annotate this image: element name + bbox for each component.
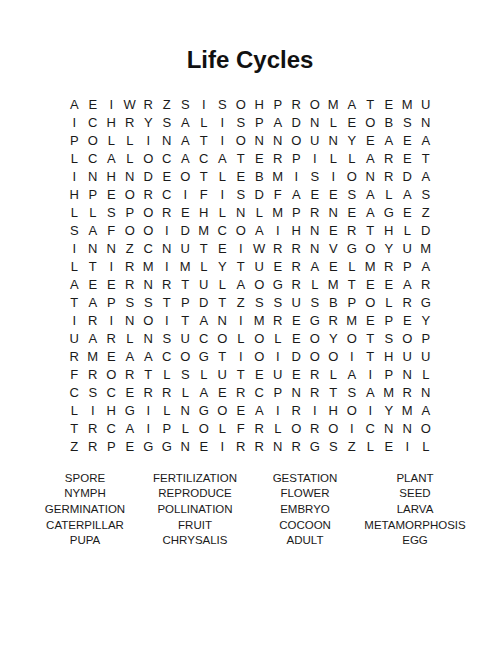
grid-cell[interactable]: L [269, 329, 288, 347]
grid-cell[interactable]: A [417, 131, 436, 149]
grid-cell[interactable]: S [232, 113, 251, 131]
grid-cell[interactable]: U [417, 347, 436, 365]
grid-cell[interactable]: S [380, 329, 399, 347]
grid-cell[interactable]: N [84, 239, 103, 257]
grid-cell[interactable]: E [84, 275, 103, 293]
grid-cell[interactable]: P [343, 293, 362, 311]
grid-cell[interactable]: S [176, 95, 195, 113]
grid-cell[interactable]: O [306, 347, 325, 365]
grid-cell[interactable]: L [195, 257, 214, 275]
grid-cell[interactable]: R [232, 437, 251, 455]
grid-cell[interactable]: D [287, 347, 306, 365]
grid-cell[interactable]: D [250, 185, 269, 203]
grid-cell[interactable]: E [380, 275, 399, 293]
grid-cell[interactable]: I [343, 347, 362, 365]
grid-cell[interactable]: B [250, 167, 269, 185]
grid-cell[interactable]: S [213, 95, 232, 113]
grid-cell[interactable]: L [65, 401, 84, 419]
grid-cell[interactable]: C [102, 383, 121, 401]
grid-cell[interactable]: R [398, 293, 417, 311]
grid-cell[interactable]: L [121, 149, 140, 167]
grid-cell[interactable]: A [102, 149, 121, 167]
grid-cell[interactable]: F [102, 221, 121, 239]
grid-cell[interactable]: R [250, 437, 269, 455]
grid-cell[interactable]: E [287, 311, 306, 329]
grid-cell[interactable]: S [250, 293, 269, 311]
grid-cell[interactable]: C [84, 113, 103, 131]
grid-cell[interactable]: L [324, 113, 343, 131]
grid-cell[interactable]: O [343, 401, 362, 419]
grid-cell[interactable]: E [361, 311, 380, 329]
grid-cell[interactable]: I [398, 437, 417, 455]
grid-cell[interactable]: R [380, 167, 399, 185]
grid-cell[interactable]: P [250, 113, 269, 131]
grid-cell[interactable]: E [269, 257, 288, 275]
grid-cell[interactable]: F [269, 185, 288, 203]
grid-cell[interactable]: I [102, 95, 121, 113]
grid-cell[interactable]: O [176, 167, 195, 185]
grid-cell[interactable]: L [158, 365, 177, 383]
grid-cell[interactable]: N [139, 275, 158, 293]
grid-cell[interactable]: T [361, 347, 380, 365]
grid-cell[interactable]: O [417, 419, 436, 437]
grid-cell[interactable]: U [250, 257, 269, 275]
grid-cell[interactable]: H [287, 221, 306, 239]
grid-cell[interactable]: A [398, 275, 417, 293]
grid-cell[interactable]: A [361, 149, 380, 167]
grid-cell[interactable]: N [121, 311, 140, 329]
grid-cell[interactable]: A [398, 185, 417, 203]
grid-cell[interactable]: A [361, 203, 380, 221]
grid-cell[interactable]: O [324, 419, 343, 437]
grid-cell[interactable]: I [158, 257, 177, 275]
grid-cell[interactable]: N [417, 383, 436, 401]
grid-cell[interactable]: R [306, 203, 325, 221]
grid-cell[interactable]: L [213, 275, 232, 293]
grid-cell[interactable]: R [84, 365, 103, 383]
grid-cell[interactable]: N [84, 167, 103, 185]
grid-cell[interactable]: L [398, 221, 417, 239]
grid-cell[interactable]: H [250, 95, 269, 113]
grid-cell[interactable]: F [65, 365, 84, 383]
grid-cell[interactable]: M [398, 401, 417, 419]
grid-cell[interactable]: N [417, 113, 436, 131]
grid-cell[interactable]: E [213, 383, 232, 401]
grid-cell[interactable]: N [102, 239, 121, 257]
grid-cell[interactable]: O [306, 95, 325, 113]
grid-cell[interactable]: R [380, 257, 399, 275]
grid-cell[interactable]: D [417, 221, 436, 239]
grid-cell[interactable]: S [65, 221, 84, 239]
grid-cell[interactable]: E [250, 149, 269, 167]
grid-cell[interactable]: R [287, 239, 306, 257]
grid-cell[interactable]: L [417, 437, 436, 455]
grid-cell[interactable]: O [121, 185, 140, 203]
grid-cell[interactable]: A [417, 401, 436, 419]
grid-cell[interactable]: A [121, 419, 140, 437]
grid-cell[interactable]: O [306, 329, 325, 347]
grid-cell[interactable]: P [380, 311, 399, 329]
grid-cell[interactable]: A [361, 383, 380, 401]
grid-cell[interactable]: M [343, 311, 362, 329]
grid-cell[interactable]: O [250, 347, 269, 365]
grid-cell[interactable]: O [250, 275, 269, 293]
grid-cell[interactable]: T [84, 257, 103, 275]
grid-cell[interactable]: N [176, 401, 195, 419]
grid-cell[interactable]: P [269, 95, 288, 113]
grid-cell[interactable]: L [102, 131, 121, 149]
grid-cell[interactable]: I [176, 185, 195, 203]
grid-cell[interactable]: F [195, 185, 214, 203]
grid-cell[interactable]: Z [158, 95, 177, 113]
grid-cell[interactable]: H [102, 167, 121, 185]
grid-cell[interactable]: I [84, 401, 103, 419]
grid-cell[interactable]: I [306, 149, 325, 167]
grid-cell[interactable]: I [232, 347, 251, 365]
grid-cell[interactable]: L [65, 203, 84, 221]
grid-cell[interactable]: A [361, 185, 380, 203]
grid-cell[interactable]: U [213, 365, 232, 383]
grid-cell[interactable]: M [398, 95, 417, 113]
grid-cell[interactable]: W [250, 239, 269, 257]
grid-cell[interactable]: L [195, 365, 214, 383]
grid-cell[interactable]: A [84, 293, 103, 311]
grid-cell[interactable]: P [287, 149, 306, 167]
grid-cell[interactable]: L [380, 185, 399, 203]
grid-cell[interactable]: N [158, 239, 177, 257]
grid-cell[interactable]: T [176, 275, 195, 293]
grid-cell[interactable]: U [176, 329, 195, 347]
grid-cell[interactable]: L [361, 437, 380, 455]
grid-cell[interactable]: Y [324, 329, 343, 347]
grid-cell[interactable]: N [232, 203, 251, 221]
grid-cell[interactable]: U [287, 293, 306, 311]
grid-cell[interactable]: R [269, 239, 288, 257]
grid-cell[interactable]: O [287, 419, 306, 437]
grid-cell[interactable]: A [269, 113, 288, 131]
grid-cell[interactable]: G [306, 437, 325, 455]
grid-cell[interactable]: A [417, 257, 436, 275]
grid-cell[interactable]: S [176, 365, 195, 383]
grid-cell[interactable]: R [84, 419, 103, 437]
grid-cell[interactable]: M [324, 275, 343, 293]
grid-cell[interactable]: H [102, 113, 121, 131]
grid-cell[interactable]: N [269, 437, 288, 455]
grid-cell[interactable]: R [324, 311, 343, 329]
grid-cell[interactable]: Z [343, 437, 362, 455]
grid-cell[interactable]: E [361, 275, 380, 293]
grid-cell[interactable]: N [158, 131, 177, 149]
grid-cell[interactable]: I [102, 257, 121, 275]
grid-cell[interactable]: I [213, 437, 232, 455]
grid-cell[interactable]: M [361, 257, 380, 275]
grid-cell[interactable]: C [213, 221, 232, 239]
grid-cell[interactable]: C [361, 419, 380, 437]
grid-cell[interactable]: C [65, 383, 84, 401]
grid-cell[interactable]: I [361, 365, 380, 383]
grid-cell[interactable]: E [324, 185, 343, 203]
grid-cell[interactable]: T [343, 275, 362, 293]
grid-cell[interactable]: L [343, 257, 362, 275]
grid-cell[interactable]: R [287, 257, 306, 275]
grid-cell[interactable]: R [65, 347, 84, 365]
grid-cell[interactable]: N [121, 167, 140, 185]
grid-cell[interactable]: P [398, 257, 417, 275]
grid-cell[interactable]: T [232, 149, 251, 167]
grid-cell[interactable]: A [306, 257, 325, 275]
grid-cell[interactable]: R [398, 383, 417, 401]
grid-cell[interactable]: R [306, 365, 325, 383]
grid-cell[interactable]: I [324, 167, 343, 185]
grid-cell[interactable]: Y [417, 311, 436, 329]
grid-cell[interactable]: N [287, 383, 306, 401]
grid-cell[interactable]: O [139, 311, 158, 329]
grid-cell[interactable]: I [65, 239, 84, 257]
grid-cell[interactable]: E [324, 257, 343, 275]
grid-cell[interactable]: R [417, 275, 436, 293]
grid-cell[interactable]: L [121, 131, 140, 149]
grid-cell[interactable]: O [139, 149, 158, 167]
grid-cell[interactable]: O [250, 329, 269, 347]
grid-cell[interactable]: E [176, 203, 195, 221]
grid-cell[interactable]: E [213, 239, 232, 257]
grid-cell[interactable]: A [84, 329, 103, 347]
grid-cell[interactable]: E [324, 221, 343, 239]
grid-cell[interactable]: E [250, 365, 269, 383]
grid-cell[interactable]: H [380, 221, 399, 239]
grid-cell[interactable]: Y [380, 239, 399, 257]
grid-cell[interactable]: Y [139, 113, 158, 131]
grid-cell[interactable]: E [398, 149, 417, 167]
grid-cell[interactable]: E [361, 131, 380, 149]
grid-cell[interactable]: L [306, 275, 325, 293]
grid-cell[interactable]: O [343, 167, 362, 185]
grid-cell[interactable]: U [398, 239, 417, 257]
grid-cell[interactable]: G [417, 293, 436, 311]
grid-cell[interactable]: R [84, 437, 103, 455]
grid-cell[interactable]: S [158, 113, 177, 131]
grid-cell[interactable]: I [269, 401, 288, 419]
grid-cell[interactable]: R [121, 365, 140, 383]
grid-cell[interactable]: L [65, 257, 84, 275]
grid-cell[interactable]: G [195, 347, 214, 365]
grid-cell[interactable]: A [176, 131, 195, 149]
grid-cell[interactable]: D [176, 221, 195, 239]
grid-cell[interactable]: N [269, 131, 288, 149]
grid-cell[interactable]: G [158, 437, 177, 455]
grid-cell[interactable]: C [139, 239, 158, 257]
grid-cell[interactable]: S [84, 383, 103, 401]
grid-cell[interactable]: N [176, 437, 195, 455]
grid-cell[interactable]: N [361, 167, 380, 185]
grid-cell[interactable]: T [361, 221, 380, 239]
grid-cell[interactable]: S [269, 293, 288, 311]
grid-cell[interactable]: D [195, 293, 214, 311]
grid-cell[interactable]: T [361, 95, 380, 113]
grid-cell[interactable]: T [65, 293, 84, 311]
grid-cell[interactable]: Y [343, 131, 362, 149]
grid-cell[interactable]: O [343, 329, 362, 347]
grid-cell[interactable]: O [361, 293, 380, 311]
grid-cell[interactable]: I [269, 347, 288, 365]
grid-cell[interactable]: O [361, 239, 380, 257]
grid-cell[interactable]: C [195, 329, 214, 347]
grid-cell[interactable]: P [380, 365, 399, 383]
grid-cell[interactable]: I [65, 311, 84, 329]
grid-cell[interactable]: N [398, 365, 417, 383]
grid-cell[interactable]: R [287, 401, 306, 419]
grid-cell[interactable]: G [139, 437, 158, 455]
grid-cell[interactable]: H [102, 401, 121, 419]
grid-cell[interactable]: T [213, 293, 232, 311]
grid-cell[interactable]: S [102, 203, 121, 221]
grid-cell[interactable]: U [195, 275, 214, 293]
grid-cell[interactable]: A [232, 275, 251, 293]
grid-cell[interactable]: O [232, 221, 251, 239]
grid-cell[interactable]: R [121, 257, 140, 275]
grid-cell[interactable]: I [232, 311, 251, 329]
grid-cell[interactable]: A [250, 401, 269, 419]
grid-cell[interactable]: Z [121, 239, 140, 257]
grid-cell[interactable]: A [176, 149, 195, 167]
grid-cell[interactable]: H [195, 203, 214, 221]
grid-cell[interactable]: T [417, 149, 436, 167]
grid-cell[interactable]: E [380, 95, 399, 113]
grid-cell[interactable]: M [176, 257, 195, 275]
grid-cell[interactable]: P [269, 383, 288, 401]
grid-cell[interactable]: S [398, 113, 417, 131]
grid-cell[interactable]: O [213, 329, 232, 347]
grid-cell[interactable]: P [158, 419, 177, 437]
grid-cell[interactable]: L [250, 203, 269, 221]
grid-cell[interactable]: O [176, 347, 195, 365]
grid-cell[interactable]: U [306, 131, 325, 149]
grid-cell[interactable]: I [139, 131, 158, 149]
grid-cell[interactable]: M [195, 221, 214, 239]
grid-cell[interactable]: T [176, 311, 195, 329]
grid-cell[interactable]: L [195, 113, 214, 131]
grid-cell[interactable]: A [343, 365, 362, 383]
grid-cell[interactable]: E [102, 347, 121, 365]
grid-cell[interactable]: C [158, 185, 177, 203]
grid-cell[interactable]: T [324, 383, 343, 401]
grid-cell[interactable]: L [158, 401, 177, 419]
grid-cell[interactable]: U [269, 365, 288, 383]
grid-cell[interactable]: O [102, 365, 121, 383]
grid-cell[interactable]: I [232, 239, 251, 257]
grid-cell[interactable]: M [250, 311, 269, 329]
grid-cell[interactable]: R [158, 203, 177, 221]
grid-cell[interactable]: A [213, 149, 232, 167]
grid-cell[interactable]: E [121, 383, 140, 401]
grid-cell[interactable]: B [324, 293, 343, 311]
grid-cell[interactable]: R [269, 311, 288, 329]
grid-cell[interactable]: W [121, 95, 140, 113]
grid-cell[interactable]: L [380, 293, 399, 311]
grid-cell[interactable]: A [195, 383, 214, 401]
grid-cell[interactable]: S [306, 293, 325, 311]
grid-cell[interactable]: E [343, 203, 362, 221]
grid-cell[interactable]: L [213, 419, 232, 437]
grid-cell[interactable]: O [213, 401, 232, 419]
grid-cell[interactable]: S [232, 185, 251, 203]
grid-cell[interactable]: P [84, 185, 103, 203]
grid-cell[interactable]: P [176, 293, 195, 311]
grid-cell[interactable]: L [417, 365, 436, 383]
grid-cell[interactable]: S [417, 185, 436, 203]
grid-cell[interactable]: E [102, 275, 121, 293]
grid-cell[interactable]: R [287, 437, 306, 455]
grid-cell[interactable]: O [232, 131, 251, 149]
grid-cell[interactable]: T [158, 293, 177, 311]
grid-cell[interactable]: C [195, 149, 214, 167]
grid-cell[interactable]: L [343, 149, 362, 167]
grid-cell[interactable]: T [232, 257, 251, 275]
grid-cell[interactable]: L [269, 419, 288, 437]
grid-cell[interactable]: N [213, 311, 232, 329]
grid-cell[interactable]: R [306, 383, 325, 401]
grid-cell[interactable]: T [195, 167, 214, 185]
grid-cell[interactable]: I [361, 401, 380, 419]
grid-cell[interactable]: S [306, 167, 325, 185]
grid-cell[interactable]: M [380, 383, 399, 401]
grid-cell[interactable]: I [158, 221, 177, 239]
grid-cell[interactable]: I [213, 185, 232, 203]
grid-cell[interactable]: G [195, 401, 214, 419]
grid-cell[interactable]: O [195, 419, 214, 437]
grid-cell[interactable]: G [121, 401, 140, 419]
grid-cell[interactable]: L [176, 419, 195, 437]
grid-cell[interactable]: D [287, 113, 306, 131]
grid-cell[interactable]: P [102, 437, 121, 455]
grid-cell[interactable]: I [269, 221, 288, 239]
grid-cell[interactable]: L [324, 149, 343, 167]
grid-cell[interactable]: E [84, 95, 103, 113]
grid-cell[interactable]: U [176, 239, 195, 257]
grid-cell[interactable]: E [121, 437, 140, 455]
grid-cell[interactable]: E [158, 167, 177, 185]
grid-cell[interactable]: L [121, 329, 140, 347]
grid-cell[interactable]: T [195, 131, 214, 149]
grid-cell[interactable]: R [380, 149, 399, 167]
grid-cell[interactable]: C [158, 149, 177, 167]
grid-cell[interactable]: I [287, 167, 306, 185]
grid-cell[interactable]: E [232, 167, 251, 185]
grid-cell[interactable]: V [324, 239, 343, 257]
grid-cell[interactable]: T [139, 365, 158, 383]
grid-cell[interactable]: T [361, 329, 380, 347]
grid-cell[interactable]: G [306, 311, 325, 329]
grid-cell[interactable]: G [343, 239, 362, 257]
grid-cell[interactable]: O [287, 131, 306, 149]
grid-cell[interactable]: Y [213, 257, 232, 275]
grid-cell[interactable]: M [139, 257, 158, 275]
grid-cell[interactable]: E [398, 203, 417, 221]
grid-cell[interactable]: E [287, 365, 306, 383]
grid-cell[interactable]: R [121, 113, 140, 131]
grid-cell[interactable]: L [232, 329, 251, 347]
grid-cell[interactable]: E [102, 185, 121, 203]
grid-cell[interactable]: I [306, 401, 325, 419]
grid-cell[interactable]: O [84, 131, 103, 149]
grid-cell[interactable]: E [195, 437, 214, 455]
grid-cell[interactable]: C [158, 347, 177, 365]
grid-cell[interactable]: N [324, 131, 343, 149]
grid-cell[interactable]: N [306, 113, 325, 131]
grid-cell[interactable]: S [324, 437, 343, 455]
grid-cell[interactable]: I [65, 113, 84, 131]
grid-cell[interactable]: D [139, 167, 158, 185]
